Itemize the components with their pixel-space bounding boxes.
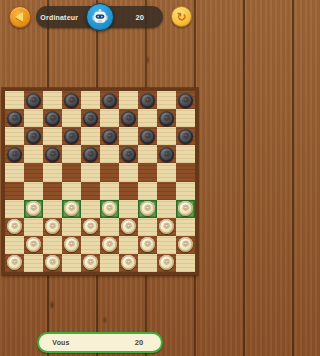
opponent-score: 20: [117, 13, 164, 22]
square-r2c10: [176, 109, 195, 127]
square-r10c1[interactable]: ❁: [5, 254, 24, 272]
black-piece[interactable]: ❁: [64, 129, 79, 144]
square-r8c2: [24, 218, 43, 236]
square-r3c8[interactable]: ❁: [138, 127, 157, 145]
square-r7c4[interactable]: ❁: [62, 200, 81, 218]
square-r2c8: [138, 109, 157, 127]
square-r3c6[interactable]: ❁: [100, 127, 119, 145]
black-piece[interactable]: ❁: [83, 111, 98, 126]
square-r1c6[interactable]: ❁: [100, 91, 119, 109]
square-r1c2[interactable]: ❁: [24, 91, 43, 109]
square-r4c7[interactable]: ❁: [119, 145, 138, 163]
square-r10c6: [100, 254, 119, 272]
back-button[interactable]: [9, 6, 31, 28]
white-piece[interactable]: ❁: [159, 255, 174, 270]
square-r9c10[interactable]: ❁: [176, 236, 195, 254]
square-r9c5: [81, 236, 100, 254]
player-score: 20: [117, 338, 161, 347]
black-piece[interactable]: ❁: [26, 129, 41, 144]
black-piece[interactable]: ❁: [178, 93, 193, 108]
square-r10c8: [138, 254, 157, 272]
white-piece[interactable]: ❁: [83, 255, 98, 270]
black-piece[interactable]: ❁: [178, 129, 193, 144]
square-r10c10: [176, 254, 195, 272]
white-piece[interactable]: ❁: [102, 237, 117, 252]
square-r2c5[interactable]: ❁: [81, 109, 100, 127]
square-r9c8[interactable]: ❁: [138, 236, 157, 254]
white-piece[interactable]: ❁: [64, 201, 79, 216]
square-r8c3[interactable]: ❁: [43, 218, 62, 236]
black-piece[interactable]: ❁: [121, 111, 136, 126]
square-r10c4: [62, 254, 81, 272]
square-r3c4[interactable]: ❁: [62, 127, 81, 145]
square-r3c9: [157, 127, 176, 145]
white-piece[interactable]: ❁: [7, 255, 22, 270]
square-r5c6[interactable]: [100, 163, 119, 181]
square-r9c1: [5, 236, 24, 254]
board: ❁❁❁❁❁❁❁❁❁❁❁❁❁❁❁❁❁❁❁❁❁❁❁❁❁❁❁❁❁❁❁❁❁❁❁❁❁❁❁❁: [2, 88, 198, 275]
square-r6c9[interactable]: [157, 182, 176, 200]
square-r9c7: [119, 236, 138, 254]
square-r3c5: [81, 127, 100, 145]
square-r2c4: [62, 109, 81, 127]
square-r1c5: [81, 91, 100, 109]
checkers-app: { "game": "checkers (international draug…: [0, 0, 200, 356]
square-r9c4[interactable]: ❁: [62, 236, 81, 254]
robot-icon: [90, 7, 110, 27]
square-r5c7: [119, 163, 138, 181]
square-r1c9: [157, 91, 176, 109]
square-r1c10[interactable]: ❁: [176, 91, 195, 109]
square-r8c10: [176, 218, 195, 236]
opponent-name: Ordinateur: [36, 14, 83, 21]
robot-avatar: [86, 3, 114, 31]
square-r9c3: [43, 236, 62, 254]
refresh-icon: ↻: [176, 10, 186, 22]
black-piece[interactable]: ❁: [83, 147, 98, 162]
square-r6c6: [100, 182, 119, 200]
square-r1c1: [5, 91, 24, 109]
square-r5c9: [157, 163, 176, 181]
square-r4c2: [24, 145, 43, 163]
square-r10c5[interactable]: ❁: [81, 254, 100, 272]
square-r10c3[interactable]: ❁: [43, 254, 62, 272]
black-piece[interactable]: ❁: [102, 93, 117, 108]
white-piece[interactable]: ❁: [83, 219, 98, 234]
white-piece[interactable]: ❁: [64, 237, 79, 252]
black-piece[interactable]: ❁: [7, 111, 22, 126]
player-name: Vous: [39, 339, 83, 346]
black-piece[interactable]: ❁: [102, 129, 117, 144]
square-r8c6: [100, 218, 119, 236]
black-piece[interactable]: ❁: [45, 111, 60, 126]
white-piece[interactable]: ❁: [7, 219, 22, 234]
square-r4c8: [138, 145, 157, 163]
square-r7c1: [5, 200, 24, 218]
square-r7c9: [157, 200, 176, 218]
square-r5c8[interactable]: [138, 163, 157, 181]
square-r7c8[interactable]: ❁: [138, 200, 157, 218]
square-r4c6: [100, 145, 119, 163]
square-r3c3: [43, 127, 62, 145]
white-piece[interactable]: ❁: [102, 201, 117, 216]
square-r3c1: [5, 127, 24, 145]
square-r7c5: [81, 200, 100, 218]
white-piece[interactable]: ❁: [26, 237, 41, 252]
square-r7c10[interactable]: ❁: [176, 200, 195, 218]
square-r7c6[interactable]: ❁: [100, 200, 119, 218]
black-piece[interactable]: ❁: [140, 129, 155, 144]
square-r1c4[interactable]: ❁: [62, 91, 81, 109]
square-r5c2[interactable]: [24, 163, 43, 181]
square-r1c3: [43, 91, 62, 109]
square-r4c10: [176, 145, 195, 163]
square-r6c7[interactable]: [119, 182, 138, 200]
square-r3c10[interactable]: ❁: [176, 127, 195, 145]
top-bar: Ordinateur 20 ↻: [0, 0, 200, 34]
white-piece[interactable]: ❁: [45, 219, 60, 234]
black-piece[interactable]: ❁: [159, 111, 174, 126]
square-r3c2[interactable]: ❁: [24, 127, 43, 145]
square-r8c7[interactable]: ❁: [119, 218, 138, 236]
white-piece[interactable]: ❁: [26, 201, 41, 216]
square-r4c4: [62, 145, 81, 163]
square-r2c2: [24, 109, 43, 127]
black-piece[interactable]: ❁: [45, 147, 60, 162]
white-piece[interactable]: ❁: [121, 219, 136, 234]
white-piece[interactable]: ❁: [178, 201, 193, 216]
white-piece[interactable]: ❁: [159, 219, 174, 234]
square-r10c2: [24, 254, 43, 272]
square-r10c9[interactable]: ❁: [157, 254, 176, 272]
square-r4c5[interactable]: ❁: [81, 145, 100, 163]
square-r8c9[interactable]: ❁: [157, 218, 176, 236]
square-r5c5: [81, 163, 100, 181]
white-piece[interactable]: ❁: [121, 255, 136, 270]
square-r7c3: [43, 200, 62, 218]
square-r7c7: [119, 200, 138, 218]
square-r5c1: [5, 163, 24, 181]
square-r4c3[interactable]: ❁: [43, 145, 62, 163]
black-piece[interactable]: ❁: [26, 93, 41, 108]
square-r6c8: [138, 182, 157, 200]
black-piece[interactable]: ❁: [7, 147, 22, 162]
square-r10c7[interactable]: ❁: [119, 254, 138, 272]
square-r1c8[interactable]: ❁: [138, 91, 157, 109]
square-r2c9[interactable]: ❁: [157, 109, 176, 127]
square-r5c4[interactable]: [62, 163, 81, 181]
black-piece[interactable]: ❁: [121, 147, 136, 162]
square-r8c4: [62, 218, 81, 236]
square-r7c2[interactable]: ❁: [24, 200, 43, 218]
square-r6c10: [176, 182, 195, 200]
square-r8c5[interactable]: ❁: [81, 218, 100, 236]
white-piece[interactable]: ❁: [140, 201, 155, 216]
square-r6c1[interactable]: [5, 182, 24, 200]
square-r2c1[interactable]: ❁: [5, 109, 24, 127]
square-r9c9: [157, 236, 176, 254]
refresh-button[interactable]: ↻: [171, 6, 192, 27]
back-arrow-icon: [15, 12, 23, 22]
square-r6c5[interactable]: [81, 182, 100, 200]
player-bar: Vous 20: [37, 332, 163, 353]
square-r2c7[interactable]: ❁: [119, 109, 138, 127]
black-piece[interactable]: ❁: [140, 93, 155, 108]
square-r5c3: [43, 163, 62, 181]
square-r3c7: [119, 127, 138, 145]
square-r4c1[interactable]: ❁: [5, 145, 24, 163]
black-piece[interactable]: ❁: [159, 147, 174, 162]
square-r8c1[interactable]: ❁: [5, 218, 24, 236]
white-piece[interactable]: ❁: [45, 255, 60, 270]
square-r6c2: [24, 182, 43, 200]
black-piece[interactable]: ❁: [64, 93, 79, 108]
white-piece[interactable]: ❁: [178, 237, 193, 252]
square-r9c2[interactable]: ❁: [24, 236, 43, 254]
square-r8c8: [138, 218, 157, 236]
square-r6c4: [62, 182, 81, 200]
white-piece[interactable]: ❁: [140, 237, 155, 252]
square-r1c7: [119, 91, 138, 109]
square-r9c6[interactable]: ❁: [100, 236, 119, 254]
square-r2c6: [100, 109, 119, 127]
bottom-bar: Vous 20: [0, 320, 200, 356]
square-r2c3[interactable]: ❁: [43, 109, 62, 127]
square-r4c9[interactable]: ❁: [157, 145, 176, 163]
square-r6c3[interactable]: [43, 182, 62, 200]
square-r5c10[interactable]: [176, 163, 195, 181]
